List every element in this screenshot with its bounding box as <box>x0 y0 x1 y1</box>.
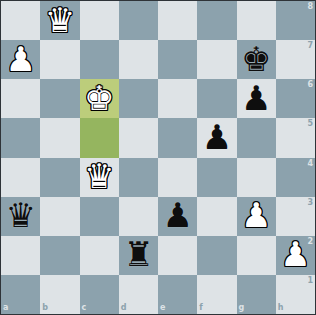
square-g8[interactable] <box>237 1 276 40</box>
square-h5[interactable]: 5 <box>276 118 315 157</box>
file-label: b <box>42 304 48 312</box>
black-king[interactable]: ♚ <box>241 42 271 76</box>
square-a8[interactable] <box>1 1 40 40</box>
square-d6[interactable] <box>119 79 158 118</box>
square-d5[interactable] <box>119 118 158 157</box>
white-pawn[interactable]: ♟ <box>5 42 35 76</box>
white-king[interactable]: ♚ <box>84 81 114 115</box>
square-a5[interactable] <box>1 118 40 157</box>
square-c5[interactable] <box>80 118 119 157</box>
square-h3[interactable]: 3 <box>276 197 315 236</box>
square-g1[interactable]: g <box>237 275 276 314</box>
square-g5[interactable] <box>237 118 276 157</box>
file-label: d <box>121 304 127 312</box>
file-label: h <box>278 304 284 312</box>
square-e3[interactable]: ♟ <box>158 197 197 236</box>
square-f3[interactable] <box>197 197 236 236</box>
square-c2[interactable] <box>80 236 119 275</box>
rank-label: 1 <box>307 277 313 285</box>
square-b5[interactable] <box>40 118 79 157</box>
rank-label: 6 <box>307 81 313 89</box>
square-b7[interactable] <box>40 40 79 79</box>
black-queen[interactable]: ♛ <box>5 198 35 232</box>
square-h4[interactable]: 4 <box>276 158 315 197</box>
square-f4[interactable] <box>197 158 236 197</box>
white-queen[interactable]: ♛ <box>45 3 75 37</box>
square-g7[interactable]: ♚ <box>237 40 276 79</box>
square-e1[interactable]: e <box>158 275 197 314</box>
square-f7[interactable] <box>197 40 236 79</box>
square-e4[interactable] <box>158 158 197 197</box>
square-e6[interactable] <box>158 79 197 118</box>
file-label: f <box>199 304 202 312</box>
black-pawn[interactable]: ♟ <box>162 198 192 232</box>
white-pawn[interactable]: ♟ <box>241 198 271 232</box>
square-a7[interactable]: ♟ <box>1 40 40 79</box>
square-a4[interactable] <box>1 158 40 197</box>
square-g6[interactable]: ♟ <box>237 79 276 118</box>
white-queen[interactable]: ♛ <box>84 159 114 193</box>
rank-label: 5 <box>307 120 313 128</box>
rank-label: 8 <box>307 3 313 11</box>
square-a1[interactable]: a <box>1 275 40 314</box>
square-h7[interactable]: 7 <box>276 40 315 79</box>
square-h6[interactable]: 6 <box>276 79 315 118</box>
square-g2[interactable] <box>237 236 276 275</box>
square-a2[interactable] <box>1 236 40 275</box>
square-c8[interactable] <box>80 1 119 40</box>
square-c6[interactable]: ♚ <box>80 79 119 118</box>
rank-label: 7 <box>307 42 313 50</box>
square-b3[interactable] <box>40 197 79 236</box>
square-c1[interactable]: c <box>80 275 119 314</box>
file-label: c <box>82 304 87 312</box>
square-c3[interactable] <box>80 197 119 236</box>
square-d8[interactable] <box>119 1 158 40</box>
square-e7[interactable] <box>158 40 197 79</box>
square-a6[interactable] <box>1 79 40 118</box>
square-b1[interactable]: b <box>40 275 79 314</box>
square-g4[interactable] <box>237 158 276 197</box>
square-f1[interactable]: f <box>197 275 236 314</box>
square-f6[interactable] <box>197 79 236 118</box>
white-pawn[interactable]: ♟ <box>280 237 310 271</box>
square-c4[interactable]: ♛ <box>80 158 119 197</box>
square-d1[interactable]: d <box>119 275 158 314</box>
rank-label: 4 <box>307 160 313 168</box>
square-f8[interactable] <box>197 1 236 40</box>
square-b4[interactable] <box>40 158 79 197</box>
rank-label: 3 <box>307 199 313 207</box>
square-h2[interactable]: 2♟ <box>276 236 315 275</box>
file-label: a <box>3 304 8 312</box>
square-c7[interactable] <box>80 40 119 79</box>
square-h1[interactable]: h1 <box>276 275 315 314</box>
black-rook[interactable]: ♜ <box>123 237 153 271</box>
square-d4[interactable] <box>119 158 158 197</box>
file-label: g <box>239 304 245 312</box>
square-d7[interactable] <box>119 40 158 79</box>
square-d3[interactable] <box>119 197 158 236</box>
square-d2[interactable]: ♜ <box>119 236 158 275</box>
square-e5[interactable] <box>158 118 197 157</box>
square-b2[interactable] <box>40 236 79 275</box>
square-f2[interactable] <box>197 236 236 275</box>
square-e2[interactable] <box>158 236 197 275</box>
chess-board: ♛8♟♚7♚♟6♟5♛4♛♟♟3♜2♟abcdefgh1 <box>0 0 316 315</box>
square-b6[interactable] <box>40 79 79 118</box>
square-g3[interactable]: ♟ <box>237 197 276 236</box>
square-h8[interactable]: 8 <box>276 1 315 40</box>
square-b8[interactable]: ♛ <box>40 1 79 40</box>
square-f5[interactable]: ♟ <box>197 118 236 157</box>
black-pawn[interactable]: ♟ <box>241 81 271 115</box>
square-a3[interactable]: ♛ <box>1 197 40 236</box>
black-pawn[interactable]: ♟ <box>202 120 232 154</box>
file-label: e <box>160 304 165 312</box>
square-e8[interactable] <box>158 1 197 40</box>
